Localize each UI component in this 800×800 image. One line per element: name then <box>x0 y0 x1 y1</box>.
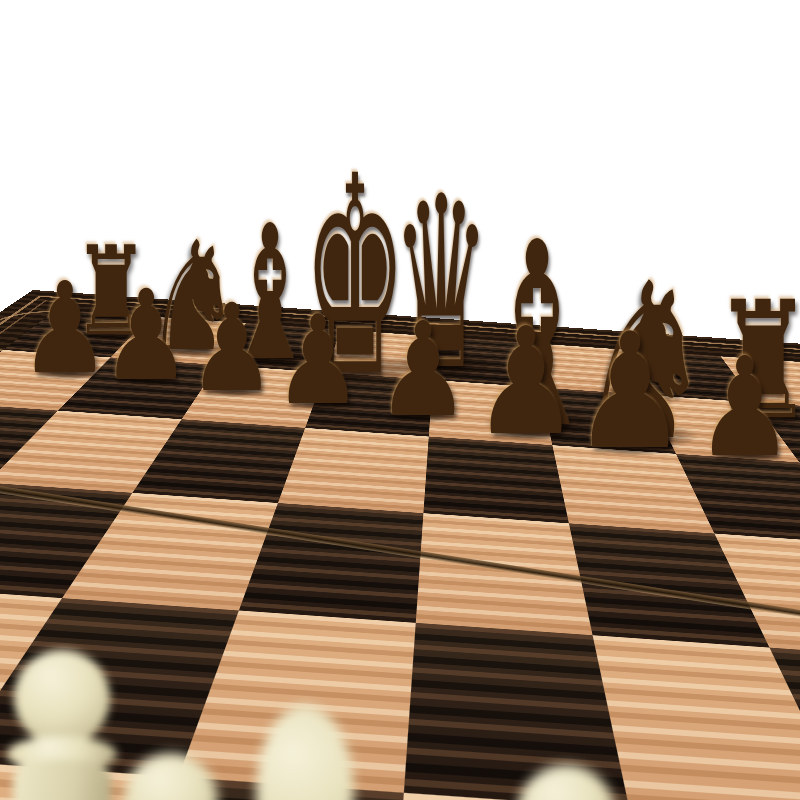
black-pawn: ♟ <box>696 339 794 476</box>
black-pawn: ♟ <box>101 273 191 398</box>
white-piece-head <box>14 650 110 746</box>
black-pawn: ♟ <box>274 299 362 422</box>
black-pawn: ♟ <box>473 308 579 456</box>
pieces-layer: ♜♞♝♚♛♝♞♜♟♟♟♟♟♟♟♟ <box>0 0 800 800</box>
chess-set-product-photo: ♜♞♝♚♛♝♞♜♟♟♟♟♟♟♟♟ <box>0 0 800 800</box>
black-pawn: ♟ <box>189 288 276 409</box>
black-pawn: ♟ <box>20 266 110 392</box>
black-pawn: ♟ <box>376 305 469 435</box>
black-pawn: ♟ <box>573 312 688 472</box>
white-piece-body <box>13 760 111 800</box>
